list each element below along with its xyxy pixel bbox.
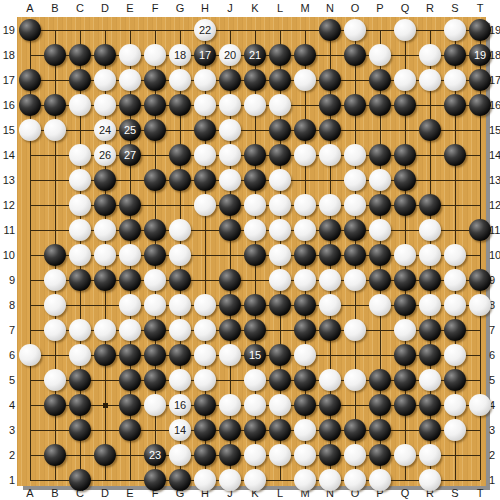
black-stone-R15[interactable] [419,119,441,141]
cell-C6[interactable] [68,343,93,368]
white-stone-L16[interactable] [269,94,291,116]
cell-N8[interactable] [318,293,343,318]
cell-Q8[interactable] [393,293,418,318]
black-stone-A16[interactable] [19,94,41,116]
cell-B9[interactable] [43,268,68,293]
cell-C18[interactable] [68,43,93,68]
black-stone-K10[interactable] [244,244,266,266]
cell-J5[interactable] [218,368,243,393]
white-stone-B8[interactable] [44,294,66,316]
black-stone-T18[interactable]: 19 [469,44,491,66]
cell-L15[interactable] [268,118,293,143]
black-stone-B16[interactable] [44,94,66,116]
cell-S12[interactable] [443,193,468,218]
cell-B16[interactable] [43,93,68,118]
cell-N6[interactable] [318,343,343,368]
white-stone-G2[interactable] [169,444,191,466]
cell-J7[interactable] [218,318,243,343]
white-stone-P18[interactable] [369,44,391,66]
black-stone-L17[interactable] [269,69,291,91]
cell-N10[interactable] [318,243,343,268]
black-stone-N3[interactable] [319,419,341,441]
white-stone-Q17[interactable] [394,69,416,91]
cell-M6[interactable] [293,343,318,368]
cell-J12[interactable] [218,193,243,218]
cell-T9[interactable] [468,268,493,293]
cell-L14[interactable] [268,143,293,168]
black-stone-N19[interactable] [319,19,341,41]
white-stone-N12[interactable] [319,194,341,216]
cell-P8[interactable] [368,293,393,318]
black-stone-B4[interactable] [44,394,66,416]
white-stone-K1[interactable] [244,469,266,491]
white-stone-H14[interactable] [194,144,216,166]
white-stone-B5[interactable] [44,369,66,391]
white-stone-S6[interactable] [444,344,466,366]
cell-J3[interactable] [218,418,243,443]
cell-D2[interactable] [93,443,118,468]
white-stone-H19[interactable]: 22 [194,19,216,41]
black-stone-A17[interactable] [19,69,41,91]
white-stone-G7[interactable] [169,319,191,341]
cell-T19[interactable] [468,18,493,43]
cell-D8[interactable] [93,293,118,318]
black-stone-S14[interactable] [444,144,466,166]
cell-F5[interactable] [143,368,168,393]
cell-H12[interactable] [193,193,218,218]
black-stone-J9[interactable] [219,269,241,291]
cell-F13[interactable] [143,168,168,193]
cell-D11[interactable] [93,218,118,243]
cell-R8[interactable] [418,293,443,318]
cell-K8[interactable] [243,293,268,318]
white-stone-R1[interactable] [419,469,441,491]
white-stone-O9[interactable] [344,269,366,291]
cell-S17[interactable] [443,68,468,93]
cell-R11[interactable] [418,218,443,243]
cell-S13[interactable] [443,168,468,193]
cell-S11[interactable] [443,218,468,243]
white-stone-K16[interactable] [244,94,266,116]
black-stone-N7[interactable] [319,319,341,341]
white-stone-J16[interactable] [219,94,241,116]
black-stone-Q16[interactable] [394,94,416,116]
cell-L10[interactable] [268,243,293,268]
cell-O13[interactable] [343,168,368,193]
black-stone-F17[interactable] [144,69,166,91]
white-stone-Q19[interactable] [394,19,416,41]
white-stone-P11[interactable] [369,219,391,241]
cell-B5[interactable] [43,368,68,393]
cell-M5[interactable] [293,368,318,393]
black-stone-J2[interactable] [219,444,241,466]
cell-P16[interactable] [368,93,393,118]
cell-L18[interactable] [268,43,293,68]
white-stone-E17[interactable] [119,69,141,91]
black-stone-R3[interactable] [419,419,441,441]
cell-O19[interactable] [343,18,368,43]
black-stone-H4[interactable] [194,394,216,416]
black-stone-F1[interactable] [144,469,166,491]
cell-B4[interactable] [43,393,68,418]
cell-O18[interactable] [343,43,368,68]
white-stone-O14[interactable] [344,144,366,166]
cell-Q5[interactable] [393,368,418,393]
black-stone-Q6[interactable] [394,344,416,366]
black-stone-G9[interactable] [169,269,191,291]
cell-E18[interactable] [118,43,143,68]
cell-E3[interactable] [118,418,143,443]
black-stone-P3[interactable] [369,419,391,441]
cell-N7[interactable] [318,318,343,343]
cell-S4[interactable] [443,393,468,418]
black-stone-K17[interactable] [244,69,266,91]
cell-Q16[interactable] [393,93,418,118]
cell-R17[interactable] [418,68,443,93]
cell-F15[interactable] [143,118,168,143]
cell-K13[interactable] [243,168,268,193]
black-stone-L3[interactable] [269,419,291,441]
cell-S18[interactable] [443,43,468,68]
cell-D19[interactable] [93,18,118,43]
white-stone-N8[interactable] [319,294,341,316]
cell-O16[interactable] [343,93,368,118]
cell-D7[interactable] [93,318,118,343]
cell-R2[interactable] [418,443,443,468]
cell-R18[interactable] [418,43,443,68]
cell-R5[interactable] [418,368,443,393]
cell-G10[interactable] [168,243,193,268]
cell-R14[interactable] [418,143,443,168]
cell-E2[interactable] [118,443,143,468]
cell-K19[interactable] [243,18,268,43]
black-stone-C4[interactable] [69,394,91,416]
cell-O8[interactable] [343,293,368,318]
cell-P15[interactable] [368,118,393,143]
cell-M3[interactable] [293,418,318,443]
white-stone-J18[interactable]: 20 [219,44,241,66]
cell-B10[interactable] [43,243,68,268]
cell-J6[interactable] [218,343,243,368]
black-stone-O18[interactable] [344,44,366,66]
cell-A6[interactable] [18,343,43,368]
cell-L7[interactable] [268,318,293,343]
cell-D5[interactable] [93,368,118,393]
cell-Q6[interactable] [393,343,418,368]
black-stone-J8[interactable] [219,294,241,316]
white-stone-A6[interactable] [19,344,41,366]
cell-E10[interactable] [118,243,143,268]
cell-M10[interactable] [293,243,318,268]
black-stone-S18[interactable] [444,44,466,66]
cell-D9[interactable] [93,268,118,293]
cell-N12[interactable] [318,193,343,218]
white-stone-K4[interactable] [244,394,266,416]
cell-R15[interactable] [418,118,443,143]
cell-H15[interactable] [193,118,218,143]
black-stone-C5[interactable] [69,369,91,391]
cell-F4[interactable] [143,393,168,418]
black-stone-T11[interactable] [469,219,491,241]
white-stone-G3[interactable]: 14 [169,419,191,441]
black-stone-H2[interactable] [194,444,216,466]
white-stone-J1[interactable] [219,469,241,491]
white-stone-S8[interactable] [444,294,466,316]
cell-H9[interactable] [193,268,218,293]
cell-G8[interactable] [168,293,193,318]
black-stone-K3[interactable] [244,419,266,441]
white-stone-S9[interactable] [444,269,466,291]
cell-K6[interactable]: 15 [243,343,268,368]
white-stone-G5[interactable] [169,369,191,391]
white-stone-A15[interactable] [19,119,41,141]
cell-A3[interactable] [18,418,43,443]
cell-Q7[interactable] [393,318,418,343]
cell-Q3[interactable] [393,418,418,443]
cell-E9[interactable] [118,268,143,293]
cell-L11[interactable] [268,218,293,243]
cell-L16[interactable] [268,93,293,118]
black-stone-G1[interactable] [169,469,191,491]
white-stone-R8[interactable] [419,294,441,316]
black-stone-F10[interactable] [144,244,166,266]
cell-Q2[interactable] [393,443,418,468]
cell-L2[interactable] [268,443,293,468]
cell-H13[interactable] [193,168,218,193]
white-stone-J14[interactable] [219,144,241,166]
cell-J14[interactable] [218,143,243,168]
cell-E12[interactable] [118,193,143,218]
cell-T17[interactable] [468,68,493,93]
white-stone-K2[interactable] [244,444,266,466]
black-stone-P5[interactable] [369,369,391,391]
cell-R12[interactable] [418,193,443,218]
black-stone-G13[interactable] [169,169,191,191]
cell-S10[interactable] [443,243,468,268]
white-stone-O2[interactable] [344,444,366,466]
cell-T8[interactable] [468,293,493,318]
white-stone-R2[interactable] [419,444,441,466]
white-stone-S3[interactable] [444,419,466,441]
cell-F9[interactable] [143,268,168,293]
white-stone-F18[interactable] [144,44,166,66]
black-stone-M15[interactable] [294,119,316,141]
white-stone-R17[interactable] [419,69,441,91]
cell-K11[interactable] [243,218,268,243]
black-stone-R6[interactable] [419,344,441,366]
white-stone-J6[interactable] [219,344,241,366]
cell-N11[interactable] [318,218,343,243]
black-stone-P12[interactable] [369,194,391,216]
black-stone-C1[interactable] [69,469,91,491]
cell-G7[interactable] [168,318,193,343]
white-stone-G11[interactable] [169,219,191,241]
white-stone-R11[interactable] [419,219,441,241]
cell-A9[interactable] [18,268,43,293]
cell-D3[interactable] [93,418,118,443]
black-stone-E16[interactable] [119,94,141,116]
cell-L4[interactable] [268,393,293,418]
black-stone-G6[interactable] [169,344,191,366]
white-stone-O1[interactable] [344,469,366,491]
black-stone-F7[interactable] [144,319,166,341]
cell-Q18[interactable] [393,43,418,68]
cell-K3[interactable] [243,418,268,443]
cell-L17[interactable] [268,68,293,93]
cell-L6[interactable] [268,343,293,368]
white-stone-M9[interactable] [294,269,316,291]
cell-Q13[interactable] [393,168,418,193]
cell-B8[interactable] [43,293,68,318]
black-stone-P10[interactable] [369,244,391,266]
cell-P13[interactable] [368,168,393,193]
black-stone-T17[interactable] [469,69,491,91]
cell-H6[interactable] [193,343,218,368]
black-stone-M4[interactable] [294,394,316,416]
cell-J11[interactable] [218,218,243,243]
white-stone-G17[interactable] [169,69,191,91]
white-stone-Q10[interactable] [394,244,416,266]
black-stone-P4[interactable] [369,394,391,416]
black-stone-D13[interactable] [94,169,116,191]
cell-P6[interactable] [368,343,393,368]
white-stone-H17[interactable] [194,69,216,91]
cell-K14[interactable] [243,143,268,168]
cell-D18[interactable] [93,43,118,68]
black-stone-Q5[interactable] [394,369,416,391]
white-stone-H8[interactable] [194,294,216,316]
cell-H7[interactable] [193,318,218,343]
black-stone-E5[interactable] [119,369,141,391]
cell-S3[interactable] [443,418,468,443]
cell-M7[interactable] [293,318,318,343]
cell-B15[interactable] [43,118,68,143]
cell-G3[interactable]: 14 [168,418,193,443]
black-stone-F16[interactable] [144,94,166,116]
white-stone-K5[interactable] [244,369,266,391]
cell-Q19[interactable] [393,18,418,43]
cell-K7[interactable] [243,318,268,343]
cell-A10[interactable] [18,243,43,268]
white-stone-K11[interactable] [244,219,266,241]
white-stone-G4[interactable]: 16 [169,394,191,416]
cell-H10[interactable] [193,243,218,268]
white-stone-C16[interactable] [69,94,91,116]
white-stone-S4[interactable] [444,394,466,416]
cell-O4[interactable] [343,393,368,418]
black-stone-S7[interactable] [444,319,466,341]
cell-H18[interactable]: 17 [193,43,218,68]
cell-S8[interactable] [443,293,468,318]
white-stone-J4[interactable] [219,394,241,416]
black-stone-M10[interactable] [294,244,316,266]
cell-J9[interactable] [218,268,243,293]
cell-L13[interactable] [268,168,293,193]
cell-G19[interactable] [168,18,193,43]
cell-F14[interactable] [143,143,168,168]
cell-C13[interactable] [68,168,93,193]
white-stone-F4[interactable] [144,394,166,416]
cell-H17[interactable] [193,68,218,93]
white-stone-H7[interactable] [194,319,216,341]
cell-G2[interactable] [168,443,193,468]
cell-F3[interactable] [143,418,168,443]
black-stone-C3[interactable] [69,419,91,441]
black-stone-C18[interactable] [69,44,91,66]
white-stone-T8[interactable] [469,294,491,316]
black-stone-F5[interactable] [144,369,166,391]
white-stone-M17[interactable] [294,69,316,91]
cell-O3[interactable] [343,418,368,443]
cell-B13[interactable] [43,168,68,193]
cell-S16[interactable] [443,93,468,118]
cell-P5[interactable] [368,368,393,393]
cell-K4[interactable] [243,393,268,418]
cell-P11[interactable] [368,218,393,243]
cell-J19[interactable] [218,18,243,43]
cell-M14[interactable] [293,143,318,168]
cell-O12[interactable] [343,193,368,218]
cell-P4[interactable] [368,393,393,418]
white-stone-M12[interactable] [294,194,316,216]
cell-M17[interactable] [293,68,318,93]
cell-C15[interactable] [68,118,93,143]
cell-G17[interactable] [168,68,193,93]
cell-D10[interactable] [93,243,118,268]
cell-E11[interactable] [118,218,143,243]
white-stone-M14[interactable] [294,144,316,166]
white-stone-O19[interactable] [344,19,366,41]
cell-J18[interactable]: 20 [218,43,243,68]
cell-C2[interactable] [68,443,93,468]
cell-C3[interactable] [68,418,93,443]
black-stone-B10[interactable] [44,244,66,266]
cell-E4[interactable] [118,393,143,418]
cell-O5[interactable] [343,368,368,393]
cell-K5[interactable] [243,368,268,393]
cell-G18[interactable]: 18 [168,43,193,68]
black-stone-F15[interactable] [144,119,166,141]
cell-F16[interactable] [143,93,168,118]
cell-O15[interactable] [343,118,368,143]
cell-T4[interactable] [468,393,493,418]
cell-S9[interactable] [443,268,468,293]
white-stone-O7[interactable] [344,319,366,341]
cell-T11[interactable] [468,218,493,243]
white-stone-C7[interactable] [69,319,91,341]
white-stone-G10[interactable] [169,244,191,266]
cell-J2[interactable] [218,443,243,468]
cell-P7[interactable] [368,318,393,343]
black-stone-H13[interactable] [194,169,216,191]
black-stone-E4[interactable] [119,394,141,416]
white-stone-L13[interactable] [269,169,291,191]
black-stone-F2[interactable]: 23 [144,444,166,466]
cell-C19[interactable] [68,18,93,43]
cell-O6[interactable] [343,343,368,368]
cell-F11[interactable] [143,218,168,243]
black-stone-K6[interactable]: 15 [244,344,266,366]
cell-H16[interactable] [193,93,218,118]
white-stone-S19[interactable] [444,19,466,41]
cell-F18[interactable] [143,43,168,68]
black-stone-A19[interactable] [19,19,41,41]
white-stone-M1[interactable] [294,469,316,491]
cell-M4[interactable] [293,393,318,418]
black-stone-G14[interactable] [169,144,191,166]
black-stone-J7[interactable] [219,319,241,341]
cell-O9[interactable] [343,268,368,293]
